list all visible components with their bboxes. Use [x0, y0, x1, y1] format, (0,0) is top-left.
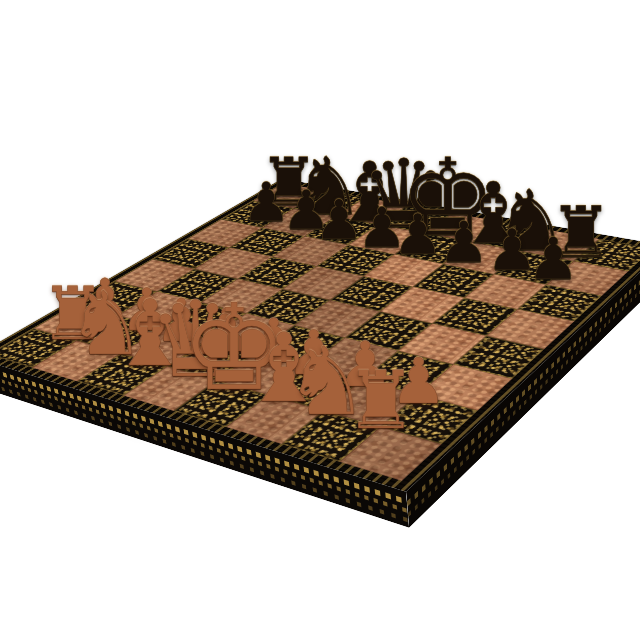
- square-h4: [454, 336, 545, 379]
- square-f1: [226, 395, 323, 444]
- square-h5: [487, 309, 575, 349]
- square-a1: [0, 329, 76, 368]
- square-c2: [121, 327, 209, 367]
- board-rotation-wrap: [0, 0, 640, 640]
- board-top-face: [0, 179, 640, 492]
- square-c1: [77, 353, 168, 395]
- square-f4: [345, 311, 432, 350]
- square-g4: [398, 323, 487, 364]
- chess-board: [0, 179, 640, 492]
- square-e3: [257, 325, 345, 365]
- square-e1: [173, 380, 268, 427]
- square-g2: [323, 380, 419, 427]
- square-h6: [518, 284, 603, 321]
- square-d2: [167, 339, 256, 380]
- square-d1: [124, 366, 217, 410]
- square-f2: [268, 365, 361, 410]
- square-b1: [32, 341, 121, 382]
- square-e2: [216, 352, 307, 395]
- chess-set-photo: ♜♞♝♛♚♝♞♜♟♟♟♟♟♟♟♟♟♟♟♟♟♟♟♟♜♞♝♛♚♝♞♜: [0, 0, 640, 640]
- square-g5: [432, 298, 518, 336]
- square-g3: [362, 351, 454, 395]
- square-e4: [295, 300, 380, 338]
- square-g1: [281, 411, 380, 462]
- square-d3: [208, 313, 294, 352]
- square-f3: [308, 338, 398, 380]
